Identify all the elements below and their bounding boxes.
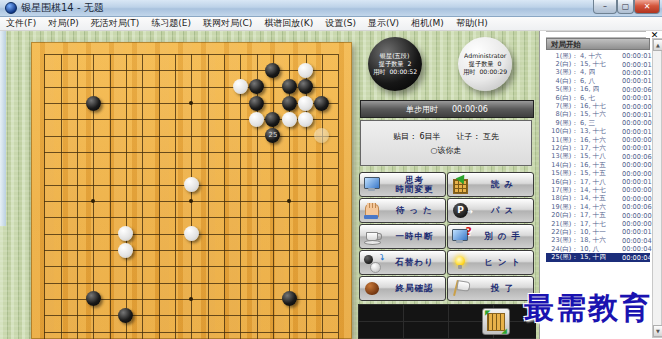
black-stone bbox=[249, 79, 264, 94]
move-cell: 00:00:01 bbox=[622, 94, 656, 102]
board-rotate-icon bbox=[487, 313, 505, 331]
move-list-scrollbar[interactable]: ▲ ▼ bbox=[652, 38, 662, 338]
white-stone bbox=[184, 177, 199, 192]
game-info-box: 贴目： 6目半 让子： 互先 ○该你走 bbox=[360, 120, 532, 166]
grid-line-vertical bbox=[126, 54, 127, 339]
turn-prompt: ○该你走 bbox=[431, 145, 462, 156]
bowl-icon bbox=[363, 280, 383, 298]
scroll-up-button[interactable]: ▲ bbox=[653, 39, 662, 51]
maximize-button[interactable]: ▢ bbox=[617, 0, 634, 14]
step-time-label: 单步用时 bbox=[406, 104, 438, 115]
move-cell: 00:00:00 bbox=[622, 195, 656, 203]
move-number-label: 25 bbox=[268, 132, 277, 139]
move-row[interactable]: 25(黑)：15, 十四00:00:04 bbox=[546, 253, 650, 261]
move-cell: 00:00:01 bbox=[622, 228, 656, 236]
black-stone bbox=[265, 112, 280, 127]
grid-line-horizontal bbox=[44, 283, 338, 284]
grid-line-vertical bbox=[142, 54, 143, 339]
white-stone bbox=[233, 79, 248, 94]
monitor-question-icon: ? bbox=[451, 228, 471, 246]
button-monitor-clock[interactable]: 思考 時間変更 bbox=[359, 172, 446, 197]
move-cell: 00:00:06 bbox=[622, 153, 656, 161]
button-bulb[interactable]: ヒ ン ト bbox=[447, 250, 534, 275]
scroll-down-button[interactable]: ▼ bbox=[653, 325, 662, 337]
black-stone bbox=[86, 291, 101, 306]
move-cell: 00:00:00 bbox=[622, 212, 656, 220]
button-label: 一時中断 bbox=[384, 232, 445, 241]
move-cell: 00:00:01 bbox=[622, 77, 656, 85]
black-stone bbox=[118, 308, 133, 323]
app-window: 银星围棋14 - 无题 – ▢ ✕ 文件(F)对局(P)死活对局(T)练习题(E… bbox=[0, 0, 662, 339]
handicap: 让子： 互先 bbox=[457, 131, 500, 142]
stones-swap-icon: ⤵ bbox=[363, 254, 383, 272]
control-button-grid: 思考 時間変更読 み待 っ たP➜パ ス一時中断?別 の 手⤵石替わりヒ ン ト… bbox=[359, 172, 535, 301]
go-board[interactable]: 25 bbox=[31, 42, 352, 339]
move-cell: 00:00:01 bbox=[622, 52, 656, 60]
black-stone bbox=[282, 96, 297, 111]
move-cell: 00:00:01 bbox=[622, 178, 656, 186]
window-title: 银星围棋14 - 无题 bbox=[21, 0, 104, 16]
white-stone bbox=[282, 112, 297, 127]
grid-line-horizontal bbox=[44, 332, 338, 333]
window-left-border bbox=[0, 30, 6, 226]
title-bar[interactable]: 银星围棋14 - 无题 – ▢ ✕ bbox=[0, 0, 662, 17]
menu-item-2[interactable]: 对局(P) bbox=[42, 17, 84, 30]
button-coffee[interactable]: 一時中断 bbox=[359, 224, 446, 249]
bulb-icon bbox=[451, 254, 471, 272]
move-cell: 00:00:04 bbox=[622, 254, 656, 262]
menu-item-8[interactable]: 显示(V) bbox=[362, 17, 405, 30]
button-bowl[interactable]: 終局確認 bbox=[359, 276, 446, 301]
hand-icon bbox=[363, 202, 383, 220]
grid-line-horizontal bbox=[44, 217, 338, 218]
button-label: 思考 時間変更 bbox=[384, 176, 445, 194]
menu-item-7[interactable]: 设置(S) bbox=[319, 17, 362, 30]
button-stones-swap[interactable]: ⤵石替わり bbox=[359, 250, 446, 275]
grid-line-vertical bbox=[175, 54, 176, 339]
close-button[interactable]: ✕ bbox=[634, 0, 660, 14]
black-stone bbox=[265, 63, 280, 78]
button-monitor-question[interactable]: ?別 の 手 bbox=[447, 224, 534, 249]
flag-icon bbox=[451, 280, 471, 298]
star-point bbox=[287, 199, 291, 203]
watermark-text: 最需教育 bbox=[524, 288, 652, 329]
white-stone bbox=[298, 63, 313, 78]
move-cell: 00:00:00 bbox=[622, 186, 656, 194]
star-point bbox=[91, 199, 95, 203]
grid-line-vertical bbox=[61, 54, 62, 339]
white-player-name: Administrator bbox=[464, 52, 506, 60]
grid-line-vertical bbox=[224, 54, 225, 339]
move-cell: 00:00:01 bbox=[622, 111, 656, 119]
button-flag[interactable]: 投 了 bbox=[447, 276, 534, 301]
coffee-icon bbox=[363, 228, 383, 246]
move-cell: 00:00:00 bbox=[622, 136, 656, 144]
button-board-read[interactable]: 読 み bbox=[447, 172, 534, 197]
step-time-value: 00:00:06 bbox=[452, 105, 488, 114]
grid-line-vertical bbox=[77, 54, 78, 339]
white-stone-ghost bbox=[314, 128, 329, 143]
button-hand[interactable]: 待 っ た bbox=[359, 198, 446, 223]
black-stone bbox=[282, 291, 297, 306]
star-point bbox=[189, 101, 193, 105]
move-cell: 00:00:06 bbox=[622, 86, 656, 94]
menu-item-9[interactable]: 相机(M) bbox=[405, 17, 450, 30]
move-cell: 00:00:00 bbox=[622, 119, 656, 127]
white-time: 用时 00:00:29 bbox=[463, 68, 507, 76]
move-cell: 00:00:01 bbox=[622, 69, 656, 77]
button-label: 終局確認 bbox=[384, 284, 445, 293]
black-captures: 提子数量 2 bbox=[379, 60, 412, 68]
move-cell: 00:00:00 bbox=[622, 161, 656, 169]
white-stone bbox=[118, 243, 133, 258]
pass-icon: P➜ bbox=[451, 202, 471, 220]
board-rotate-button[interactable] bbox=[482, 308, 510, 335]
white-captures: 提子数量 0 bbox=[469, 60, 502, 68]
black-stone bbox=[314, 96, 329, 111]
button-pass[interactable]: P➜パ ス bbox=[447, 198, 534, 223]
grid-line-vertical bbox=[159, 54, 160, 339]
menu-item-10[interactable]: 帮助(H) bbox=[450, 17, 494, 30]
black-time: 用时 00:00:52 bbox=[373, 68, 417, 76]
grid-line-vertical bbox=[208, 54, 209, 339]
white-stone bbox=[298, 112, 313, 127]
white-player-panel: Administrator 提子数量 0 用时 00:00:29 bbox=[458, 37, 512, 91]
star-point bbox=[189, 199, 193, 203]
move-cell: 00:00:01 bbox=[622, 128, 656, 136]
menu-item-6[interactable]: 棋谱回放(K) bbox=[258, 17, 319, 30]
white-stone bbox=[249, 112, 264, 127]
minimize-button[interactable]: – bbox=[593, 0, 617, 14]
menu-bar: 文件(F)对局(P)死活对局(T)练习题(E)联网对局(C)棋谱回放(K)设置(… bbox=[0, 17, 662, 31]
button-label: 石替わり bbox=[384, 258, 445, 267]
black-stone bbox=[86, 96, 101, 111]
white-stone bbox=[184, 226, 199, 241]
grid-line-horizontal bbox=[44, 250, 338, 251]
grid-line-vertical bbox=[273, 54, 274, 339]
grid-line-vertical bbox=[44, 54, 45, 339]
grid-line-vertical bbox=[240, 54, 241, 339]
grid-line-horizontal bbox=[44, 315, 338, 316]
komi: 贴目： 6目半 bbox=[393, 131, 441, 142]
monitor-clock-icon bbox=[363, 176, 383, 194]
bottom-tray bbox=[358, 304, 536, 339]
grid-line-vertical bbox=[110, 54, 111, 339]
move-cell: 00:00:04 bbox=[622, 245, 656, 253]
button-label: 待 っ た bbox=[384, 206, 445, 215]
button-label: 読 み bbox=[472, 180, 533, 189]
move-list: 1(黑)：4, 十六00:00:012(白)：15, 十七00:00:013(黑… bbox=[546, 52, 650, 262]
white-stone bbox=[298, 96, 313, 111]
white-stone bbox=[118, 226, 133, 241]
move-list-header: 对局开始 bbox=[546, 38, 650, 50]
panel-divider bbox=[546, 31, 646, 38]
menu-item-4[interactable]: 练习题(E) bbox=[145, 17, 197, 30]
board-read-icon bbox=[451, 176, 471, 194]
app-icon bbox=[5, 2, 17, 14]
move-cell: 00:00:04 bbox=[622, 237, 656, 245]
grid-line-horizontal bbox=[44, 266, 338, 267]
menu-item-5[interactable]: 联网对局(C) bbox=[197, 17, 258, 30]
black-stone bbox=[298, 79, 313, 94]
black-player-name: 银星(五段) bbox=[380, 52, 410, 60]
button-label: パ ス bbox=[472, 206, 533, 215]
move-cell: 00:00:00 bbox=[622, 220, 656, 228]
move-cell: 00:00:01 bbox=[622, 144, 656, 152]
move-cell: 00:00:06 bbox=[622, 203, 656, 211]
move-cell: 00:00:00 bbox=[622, 170, 656, 178]
black-stone bbox=[249, 96, 264, 111]
step-time-bar: 单步用时 00:00:06 bbox=[360, 100, 534, 118]
menu-item-1[interactable]: 文件(F) bbox=[0, 17, 42, 30]
move-cell: 25(黑)： bbox=[546, 253, 578, 262]
move-cell: 15, 十四 bbox=[578, 253, 622, 262]
grid-line-vertical bbox=[338, 54, 339, 339]
black-stone-last-move: 25 bbox=[265, 128, 280, 143]
button-label: 別 の 手 bbox=[472, 232, 533, 241]
black-stone bbox=[282, 79, 297, 94]
move-cell: 00:00:00 bbox=[622, 103, 656, 111]
menu-item-3[interactable]: 死活对局(T) bbox=[85, 17, 146, 30]
star-point bbox=[189, 297, 193, 301]
black-player-panel: 银星(五段) 提子数量 2 用时 00:00:52 bbox=[368, 37, 422, 91]
move-cell: 00:00:01 bbox=[622, 61, 656, 69]
button-label: ヒ ン ト bbox=[472, 258, 533, 267]
